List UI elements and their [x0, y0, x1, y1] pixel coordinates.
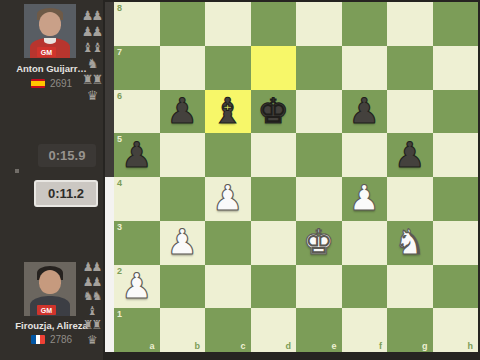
- captured-piece-row: ♟♟: [79, 260, 104, 275]
- square-g6: [387, 90, 433, 134]
- square-a3: 3: [114, 221, 160, 265]
- dot-marker: [15, 169, 19, 173]
- square-h8: [433, 2, 479, 46]
- square-h3: [433, 221, 479, 265]
- file-label-h: h: [468, 341, 474, 351]
- square-b7: [160, 46, 206, 90]
- square-b6: ♟: [160, 90, 206, 134]
- black-king-d6: ♚: [251, 90, 297, 134]
- file-label-e: e: [331, 341, 336, 351]
- captured-pieces-by-white: ♟♟♟♟♞♞♝♜♜♛: [79, 260, 104, 347]
- square-g4: [387, 177, 433, 221]
- square-e4: [296, 177, 342, 221]
- square-g8: [387, 2, 433, 46]
- square-e6: [296, 90, 342, 134]
- square-d3: [251, 221, 297, 265]
- square-f5: [342, 133, 388, 177]
- square-d1: d: [251, 308, 297, 352]
- avatar-head: [39, 12, 61, 36]
- square-f1: f: [342, 308, 388, 352]
- white-pawn-c4: ♟: [205, 177, 251, 221]
- square-b4: [160, 177, 206, 221]
- square-c1: c: [205, 308, 251, 352]
- gm-title-badge: GM: [37, 305, 56, 315]
- square-a2: 2♟: [114, 265, 160, 309]
- captured-piece-row: ♝♝: [79, 40, 104, 56]
- square-a5: 5♟: [114, 133, 160, 177]
- square-h2: [433, 265, 479, 309]
- file-label-g: g: [422, 341, 428, 351]
- square-b3: ♟: [160, 221, 206, 265]
- captured-piece-row: ♞♞: [79, 289, 104, 304]
- france-flag-icon: [31, 335, 45, 344]
- captured-piece-row: ♞: [79, 56, 104, 72]
- square-f4: ♟: [342, 177, 388, 221]
- square-f3: [342, 221, 388, 265]
- square-g3: ♞: [387, 221, 433, 265]
- file-label-c: c: [240, 341, 245, 351]
- rating-black: 2691: [50, 78, 72, 89]
- square-c8: [205, 2, 251, 46]
- square-g2: [387, 265, 433, 309]
- square-c3: [205, 221, 251, 265]
- square-h1: h: [433, 308, 479, 352]
- square-f2: [342, 265, 388, 309]
- square-h7: [433, 46, 479, 90]
- white-knight-g3: ♞: [387, 221, 433, 265]
- rank-label-8: 8: [117, 3, 122, 13]
- black-pawn-a5: ♟: [114, 133, 160, 177]
- square-h6: [433, 90, 479, 134]
- black-pawn-g5: ♟: [387, 133, 433, 177]
- square-b5: [160, 133, 206, 177]
- captured-piece-row: ♛: [79, 333, 104, 348]
- captured-piece-row: ♟♟: [79, 24, 104, 40]
- clock-black: 0:15.9: [38, 144, 96, 167]
- rank-label-4: 4: [117, 178, 122, 188]
- avatar-black-player: GM: [24, 4, 76, 58]
- square-a7: 7: [114, 46, 160, 90]
- square-e1: e: [296, 308, 342, 352]
- square-a1: 1a: [114, 308, 160, 352]
- avatar-collar: [44, 38, 56, 44]
- square-c7: [205, 46, 251, 90]
- square-d5: [251, 133, 297, 177]
- rank-label-1: 1: [117, 309, 122, 319]
- white-king-e3: ♚: [296, 221, 342, 265]
- clock-white-active: 0:11.2: [34, 180, 98, 207]
- white-pawn-b3: ♟: [160, 221, 206, 265]
- black-pawn-f6: ♟: [342, 90, 388, 134]
- square-b1: b: [160, 308, 206, 352]
- gm-title-badge: GM: [37, 47, 56, 57]
- square-a8: 8: [114, 2, 160, 46]
- file-label-d: d: [286, 341, 292, 351]
- square-c5: [205, 133, 251, 177]
- square-b2: [160, 265, 206, 309]
- square-f8: [342, 2, 388, 46]
- square-h5: [433, 133, 479, 177]
- avatar-head: [39, 270, 61, 294]
- file-label-f: f: [379, 341, 382, 351]
- square-g7: [387, 46, 433, 90]
- rank-label-7: 7: [117, 47, 122, 57]
- square-e5: [296, 133, 342, 177]
- square-d2: [251, 265, 297, 309]
- square-f6: ♟: [342, 90, 388, 134]
- chess-board: 876♟♝♚♟5♟♟4♟♟3♟♚♞2♟1abcdefgh: [114, 2, 478, 352]
- file-label-b: b: [195, 341, 201, 351]
- sidebar: GM Anton Guijarr… 2691 ♟♟♟♟♝♝♞♜♜♛ 0:15.9…: [0, 0, 103, 360]
- file-label-a: a: [149, 341, 154, 351]
- square-h4: [433, 177, 479, 221]
- square-a6: 6: [114, 90, 160, 134]
- square-f7: [342, 46, 388, 90]
- square-g1: g: [387, 308, 433, 352]
- spain-flag-icon: [31, 79, 45, 88]
- rating-white: 2786: [50, 334, 72, 345]
- captured-piece-row: ♟♟: [79, 8, 104, 24]
- captured-piece-row: ♜♜: [79, 72, 104, 88]
- eval-bar: [105, 2, 114, 352]
- captured-piece-row: ♜♜: [79, 318, 104, 333]
- black-pawn-b6: ♟: [160, 90, 206, 134]
- rank-label-6: 6: [117, 91, 122, 101]
- captured-pieces-by-black: ♟♟♟♟♝♝♞♜♜♛: [79, 8, 104, 104]
- eval-bar-white-section: [105, 177, 114, 352]
- avatar-white-player: GM: [24, 262, 76, 316]
- square-c2: [205, 265, 251, 309]
- captured-piece-row: ♛: [79, 88, 104, 104]
- square-c4: ♟: [205, 177, 251, 221]
- black-bishop-c6: ♝: [205, 90, 251, 134]
- captured-piece-row: ♟♟: [79, 275, 104, 290]
- square-e2: [296, 265, 342, 309]
- square-d8: [251, 2, 297, 46]
- captured-piece-row: ♝: [79, 304, 104, 319]
- white-pawn-f4: ♟: [342, 177, 388, 221]
- square-g5: ♟: [387, 133, 433, 177]
- white-pawn-a2: ♟: [114, 265, 160, 309]
- square-b8: [160, 2, 206, 46]
- square-d6: ♚: [251, 90, 297, 134]
- square-d7: [251, 46, 297, 90]
- square-e3: ♚: [296, 221, 342, 265]
- square-a4: 4: [114, 177, 160, 221]
- square-e8: [296, 2, 342, 46]
- square-c6: ♝: [205, 90, 251, 134]
- rank-label-3: 3: [117, 222, 122, 232]
- square-d4: [251, 177, 297, 221]
- square-e7: [296, 46, 342, 90]
- broadcast-window: GM Anton Guijarr… 2691 ♟♟♟♟♝♝♞♜♜♛ 0:15.9…: [0, 0, 480, 360]
